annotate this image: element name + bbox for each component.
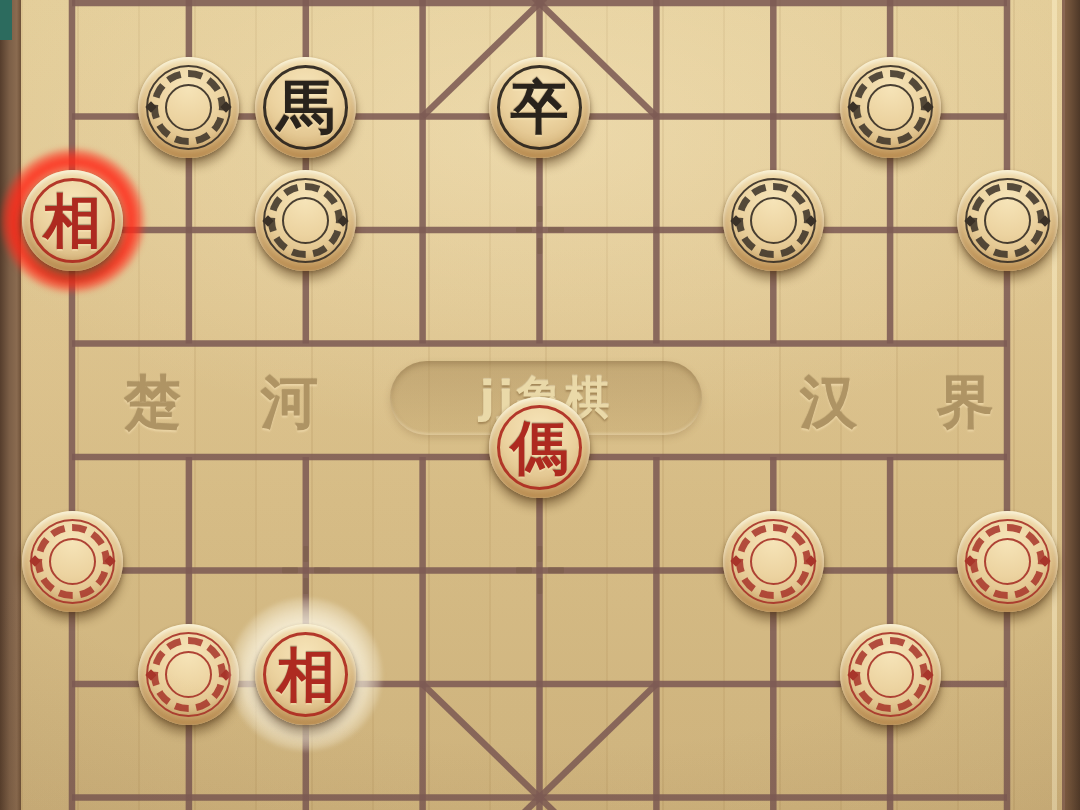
point-marker bbox=[282, 546, 330, 594]
piece-hidden-black[interactable] bbox=[723, 170, 824, 271]
piece-black-horse[interactable]: 馬 bbox=[255, 57, 356, 158]
point-marker bbox=[516, 546, 564, 594]
xiangqi-app-screen: 楚 河 汉 界 jj象棋 馬卒相傌相 bbox=[0, 0, 1080, 810]
piece-hidden-black[interactable] bbox=[138, 57, 239, 158]
piece-hidden-black[interactable] bbox=[957, 170, 1058, 271]
piece-hidden-red[interactable] bbox=[138, 624, 239, 725]
piece-red-horse[interactable]: 傌 bbox=[489, 397, 590, 498]
piece-hidden-black[interactable] bbox=[255, 170, 356, 271]
piece-hidden-red[interactable] bbox=[22, 511, 123, 612]
piece-hidden-red[interactable] bbox=[840, 624, 941, 725]
piece-hidden-red[interactable] bbox=[723, 511, 824, 612]
piece-hidden-red[interactable] bbox=[957, 511, 1058, 612]
piece-red-elephant[interactable]: 相 bbox=[22, 170, 123, 271]
piece-hidden-black[interactable] bbox=[840, 57, 941, 158]
point-marker bbox=[516, 206, 564, 254]
piece-grid: 馬卒相傌相 bbox=[14, 0, 1066, 810]
piece-black-soldier[interactable]: 卒 bbox=[489, 57, 590, 158]
piece-red-elephant[interactable]: 相 bbox=[255, 624, 356, 725]
